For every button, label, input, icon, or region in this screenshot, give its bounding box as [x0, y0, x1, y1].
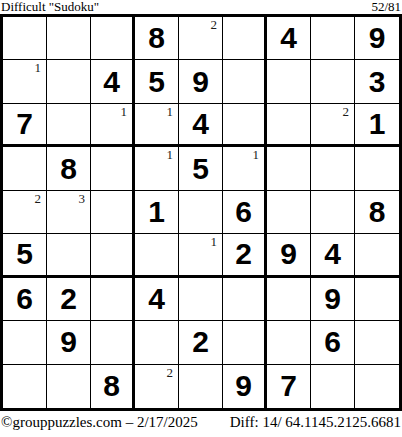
- sudoku-cell[interactable]: 6: [3, 278, 47, 321]
- sudoku-cell[interactable]: 3: [355, 60, 399, 103]
- sudoku-cell[interactable]: 7: [267, 365, 311, 408]
- sudoku-cell[interactable]: 8: [91, 365, 135, 408]
- sudoku-cell[interactable]: [223, 104, 267, 147]
- sudoku-cell[interactable]: [267, 191, 311, 234]
- sudoku-cell[interactable]: 1: [91, 104, 135, 147]
- cell-digit: 2: [192, 327, 209, 357]
- cell-digit: 9: [235, 371, 252, 401]
- cell-digit: 4: [324, 239, 341, 269]
- sudoku-cell[interactable]: [311, 147, 355, 190]
- pencil-mark: 1: [167, 148, 174, 161]
- cell-digit: 7: [280, 371, 297, 401]
- sudoku-cell[interactable]: [179, 278, 223, 321]
- sudoku-cell[interactable]: 6: [311, 321, 355, 364]
- sudoku-cell[interactable]: 4: [179, 104, 223, 147]
- pencil-mark: 2: [35, 192, 42, 205]
- sudoku-cell[interactable]: [91, 321, 135, 364]
- sudoku-cell[interactable]: 1: [3, 60, 47, 103]
- cell-digit: 4: [280, 23, 297, 53]
- sudoku-cell[interactable]: 8: [355, 191, 399, 234]
- sudoku-cell[interactable]: [135, 234, 179, 277]
- cell-digit: 2: [60, 284, 77, 314]
- sudoku-cell[interactable]: [179, 365, 223, 408]
- cell-digit: 8: [103, 371, 120, 401]
- sudoku-cell[interactable]: [355, 234, 399, 277]
- sudoku-cell[interactable]: [355, 321, 399, 364]
- cell-digit: 5: [16, 239, 33, 269]
- sudoku-cell[interactable]: [223, 278, 267, 321]
- sudoku-cell[interactable]: 4: [135, 278, 179, 321]
- cell-digit: 1: [148, 197, 165, 227]
- sudoku-cell[interactable]: 2: [223, 234, 267, 277]
- sudoku-cell[interactable]: 3: [47, 191, 91, 234]
- cell-digit: 9: [192, 67, 209, 97]
- sudoku-cell[interactable]: 6: [223, 191, 267, 234]
- sudoku-cell[interactable]: 7: [3, 104, 47, 147]
- sudoku-cell[interactable]: 2: [179, 321, 223, 364]
- sudoku-cell[interactable]: 9: [179, 60, 223, 103]
- sudoku-cell[interactable]: 9: [311, 278, 355, 321]
- sudoku-cell[interactable]: 5: [135, 60, 179, 103]
- sudoku-cell[interactable]: [311, 17, 355, 60]
- sudoku-cell[interactable]: [3, 17, 47, 60]
- pencil-mark: 2: [211, 18, 218, 31]
- sudoku-cell[interactable]: 4: [91, 60, 135, 103]
- sudoku-cell[interactable]: [267, 147, 311, 190]
- sudoku-cell[interactable]: [267, 278, 311, 321]
- sudoku-cell[interactable]: [91, 147, 135, 190]
- sudoku-cell[interactable]: [3, 147, 47, 190]
- sudoku-cell[interactable]: [47, 104, 91, 147]
- sudoku-cell[interactable]: [223, 17, 267, 60]
- sudoku-cell[interactable]: [267, 104, 311, 147]
- sudoku-cell[interactable]: [179, 191, 223, 234]
- sudoku-cell[interactable]: 9: [47, 321, 91, 364]
- sudoku-cell[interactable]: 1: [135, 104, 179, 147]
- cell-digit: 4: [192, 109, 209, 139]
- cell-digit: 9: [324, 284, 341, 314]
- sudoku-cell[interactable]: 9: [223, 365, 267, 408]
- sudoku-cell[interactable]: 5: [179, 147, 223, 190]
- sudoku-cell[interactable]: [355, 365, 399, 408]
- pencil-mark: 3: [79, 192, 86, 205]
- sudoku-cell[interactable]: 4: [267, 17, 311, 60]
- pencil-mark: 1: [211, 235, 218, 248]
- cell-digit: 9: [60, 327, 77, 357]
- cell-digit: 4: [103, 67, 120, 97]
- pencil-mark: 1: [121, 105, 128, 118]
- sudoku-cell[interactable]: [311, 191, 355, 234]
- sudoku-cell[interactable]: [91, 191, 135, 234]
- sudoku-cell[interactable]: [3, 365, 47, 408]
- header: Difficult "Sudoku" 52/81: [0, 0, 402, 14]
- cell-digit: 3: [369, 67, 386, 97]
- sudoku-cell[interactable]: 1: [355, 104, 399, 147]
- sudoku-page: Difficult "Sudoku" 52/81 824914593711421…: [0, 0, 402, 437]
- sudoku-cell[interactable]: [267, 60, 311, 103]
- cell-digit: 8: [60, 154, 77, 184]
- footer: ©grouppuzzles.com – 2/17/2025 Diff: 14/ …: [0, 411, 402, 437]
- cell-digit: 8: [369, 197, 386, 227]
- sudoku-cell[interactable]: 1: [223, 147, 267, 190]
- sudoku-cell[interactable]: 2: [3, 191, 47, 234]
- sudoku-cell[interactable]: 2: [311, 104, 355, 147]
- sudoku-cell[interactable]: 8: [135, 17, 179, 60]
- sudoku-cell[interactable]: [47, 17, 91, 60]
- sudoku-cell[interactable]: 2: [135, 365, 179, 408]
- cell-digit: 4: [148, 284, 165, 314]
- progress-counter: 52/81: [371, 0, 401, 13]
- pencil-mark: 2: [343, 105, 350, 118]
- sudoku-cell[interactable]: 1: [135, 147, 179, 190]
- cell-digit: 5: [148, 67, 165, 97]
- cell-digit: 7: [16, 109, 33, 139]
- pencil-mark: 1: [35, 61, 42, 74]
- sudoku-cell[interactable]: [267, 321, 311, 364]
- sudoku-cell[interactable]: 2: [47, 278, 91, 321]
- pencil-mark: 1: [253, 148, 260, 161]
- copyright-text: ©grouppuzzles.com – 2/17/2025: [1, 414, 198, 431]
- pencil-mark: 1: [167, 105, 174, 118]
- sudoku-cell[interactable]: [91, 17, 135, 60]
- cell-digit: 6: [16, 284, 33, 314]
- cell-digit: 8: [148, 23, 165, 53]
- sudoku-cell[interactable]: [223, 321, 267, 364]
- sudoku-cell[interactable]: [311, 365, 355, 408]
- sudoku-cell[interactable]: [355, 278, 399, 321]
- cell-digit: 6: [324, 327, 341, 357]
- sudoku-cell[interactable]: [91, 278, 135, 321]
- sudoku-cell[interactable]: 9: [355, 17, 399, 60]
- cell-digit: 5: [192, 154, 209, 184]
- sudoku-cell[interactable]: 1: [135, 191, 179, 234]
- cell-digit: 9: [369, 23, 386, 53]
- difficulty-text: Diff: 14/ 64.1145.2125.6681: [230, 414, 401, 431]
- sudoku-cell[interactable]: [47, 365, 91, 408]
- sudoku-cell[interactable]: [3, 321, 47, 364]
- sudoku-cell[interactable]: 4: [311, 234, 355, 277]
- sudoku-cell[interactable]: [223, 60, 267, 103]
- sudoku-cell[interactable]: 9: [267, 234, 311, 277]
- cell-digit: 6: [235, 197, 252, 227]
- sudoku-cell[interactable]: [91, 234, 135, 277]
- cell-digit: 2: [235, 239, 252, 269]
- sudoku-cell[interactable]: [135, 321, 179, 364]
- sudoku-cell[interactable]: 8: [47, 147, 91, 190]
- pencil-mark: 2: [167, 366, 174, 379]
- sudoku-cell[interactable]: [355, 147, 399, 190]
- sudoku-cell[interactable]: 5: [3, 234, 47, 277]
- sudoku-board: 8249145937114218151231685129462499268297: [0, 14, 402, 411]
- sudoku-cell[interactable]: [311, 60, 355, 103]
- sudoku-cell[interactable]: 1: [179, 234, 223, 277]
- cell-digit: 1: [369, 109, 386, 139]
- sudoku-cell[interactable]: [47, 60, 91, 103]
- sudoku-cell[interactable]: [47, 234, 91, 277]
- cell-digit: 9: [280, 239, 297, 269]
- sudoku-cell[interactable]: 2: [179, 17, 223, 60]
- page-title: Difficult "Sudoku": [1, 0, 99, 13]
